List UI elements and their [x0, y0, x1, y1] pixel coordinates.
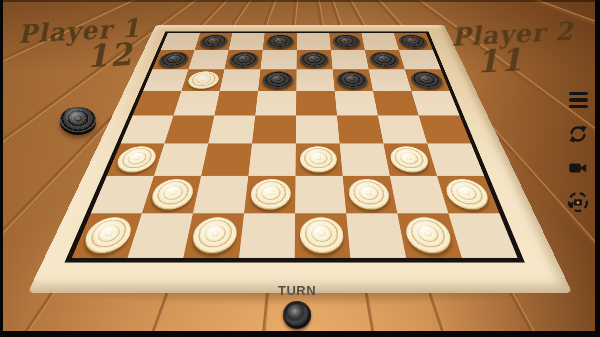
refresh-icon	[567, 123, 589, 145]
turn-indicator-piece	[283, 301, 311, 329]
switch-camera-icon	[566, 190, 590, 214]
captured-black-checker	[60, 107, 96, 132]
icon-column	[564, 88, 592, 214]
checker-black[interactable]	[369, 52, 401, 67]
board-cell[interactable]	[181, 69, 224, 91]
board-cell[interactable]	[335, 91, 378, 115]
board-cell[interactable]	[296, 69, 334, 91]
board-cell[interactable]	[239, 213, 295, 257]
board-cell[interactable]	[195, 33, 233, 50]
board-cell[interactable]	[220, 69, 261, 91]
checker-black[interactable]	[333, 35, 362, 49]
checker-white[interactable]	[148, 179, 195, 209]
board-cell[interactable]	[296, 91, 337, 115]
board-cell[interactable]	[343, 176, 398, 214]
board-cell[interactable]	[361, 33, 398, 50]
top-edge-shade	[3, 0, 595, 2]
checker-black[interactable]	[199, 35, 229, 49]
switch-camera-button[interactable]	[566, 190, 590, 214]
board-cell[interactable]	[331, 50, 369, 69]
board-cell[interactable]	[224, 50, 262, 69]
camera-button[interactable]	[566, 156, 590, 180]
player2-scoreboard: Player 2 11	[451, 18, 595, 77]
checker-white[interactable]	[190, 217, 239, 253]
board-cell[interactable]	[260, 50, 296, 69]
board-cell[interactable]	[405, 69, 450, 91]
board-cell[interactable]	[297, 33, 331, 50]
board-cell[interactable]	[295, 176, 346, 214]
board-cell[interactable]	[183, 213, 244, 257]
checker-white[interactable]	[113, 146, 159, 172]
board-cell[interactable]	[394, 33, 433, 50]
board-cell[interactable]	[214, 91, 258, 115]
game-stage: Player 1 12 Player 2 11 TURN	[3, 0, 595, 331]
checker-white[interactable]	[403, 217, 455, 253]
checker-white[interactable]	[388, 146, 431, 172]
board-cell[interactable]	[337, 115, 383, 143]
checker-black[interactable]	[228, 52, 259, 67]
board-cell[interactable]	[154, 143, 208, 175]
board-cell[interactable]	[208, 115, 255, 143]
checker-white[interactable]	[79, 217, 135, 253]
board-cell[interactable]	[333, 69, 373, 91]
checker-black[interactable]	[300, 52, 329, 67]
turn-label: TURN	[217, 283, 377, 298]
board-cell[interactable]	[164, 115, 214, 143]
board-cell[interactable]	[201, 143, 252, 175]
board-cell[interactable]	[329, 33, 365, 50]
board-cell[interactable]	[173, 91, 219, 115]
board-cell[interactable]	[229, 33, 265, 50]
board-cell[interactable]	[248, 143, 295, 175]
board-cell[interactable]	[258, 69, 297, 91]
board-cell[interactable]	[263, 33, 297, 50]
board-cell[interactable]	[427, 143, 484, 175]
board-cell[interactable]	[296, 115, 340, 143]
board-cell[interactable]	[437, 176, 499, 214]
video-camera-icon	[567, 157, 589, 179]
refresh-button[interactable]	[566, 122, 590, 146]
board-cell[interactable]	[365, 50, 405, 69]
board-cell[interactable]	[252, 115, 296, 143]
menu-button[interactable]	[566, 88, 590, 112]
board-cell[interactable]	[296, 143, 343, 175]
checker-black[interactable]	[262, 71, 293, 88]
board-cell[interactable]	[295, 213, 351, 257]
checker-white[interactable]	[186, 71, 220, 88]
board-cell[interactable]	[188, 50, 228, 69]
board-cell[interactable]	[340, 143, 390, 175]
checker-black[interactable]	[398, 35, 429, 49]
menu-icon	[569, 92, 588, 109]
board-cell[interactable]	[399, 50, 441, 69]
checker-white[interactable]	[443, 179, 493, 209]
checker-white[interactable]	[300, 217, 344, 253]
checker-black[interactable]	[336, 71, 368, 88]
checker-white[interactable]	[300, 146, 337, 172]
checker-black[interactable]	[266, 35, 293, 49]
board-cell[interactable]	[193, 176, 248, 214]
checker-white[interactable]	[250, 179, 291, 209]
checker-black[interactable]	[157, 52, 191, 67]
checker-black[interactable]	[409, 71, 445, 88]
board-cell[interactable]	[419, 115, 471, 143]
board-cell[interactable]	[346, 213, 406, 257]
board-cell[interactable]	[411, 91, 459, 115]
board-cell[interactable]	[255, 91, 296, 115]
board-cell[interactable]	[244, 176, 295, 214]
checker-white[interactable]	[348, 179, 392, 209]
player1-scoreboard: Player 1 12	[6, 17, 143, 75]
board-cell[interactable]	[297, 50, 333, 69]
